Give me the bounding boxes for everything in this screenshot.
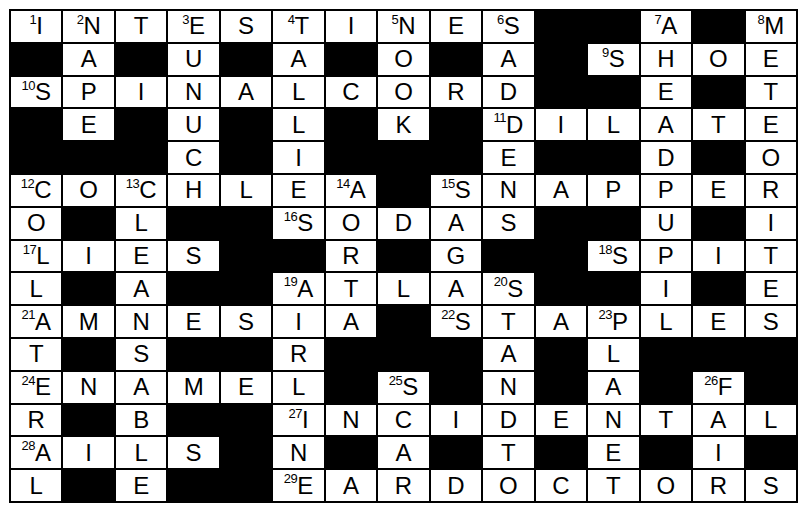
black-square — [377, 240, 429, 273]
letter-square[interactable]: I — [692, 436, 744, 469]
letter-square[interactable]: 27I — [272, 404, 324, 437]
clue-number: 16 — [284, 210, 297, 223]
black-square — [377, 174, 429, 207]
cell-letter: M — [79, 310, 99, 334]
clue-number: 11 — [494, 111, 507, 124]
cell-letter: O — [656, 474, 675, 498]
letter-square[interactable]: N — [587, 404, 639, 437]
cell-letter: L — [292, 375, 305, 399]
black-square — [220, 141, 272, 174]
letter-square[interactable]: T — [745, 76, 797, 109]
letter-square[interactable]: N — [482, 174, 534, 207]
cell-letter: A — [238, 80, 254, 104]
cell-letter: S — [507, 277, 523, 301]
letter-square[interactable]: I — [535, 108, 587, 141]
letter-square[interactable]: A — [587, 371, 639, 404]
cell-letter: I — [302, 408, 309, 432]
cell-letter: I — [662, 277, 669, 301]
black-square — [325, 43, 377, 76]
cell-letter: S — [763, 310, 779, 334]
letter-square[interactable]: E — [272, 174, 324, 207]
letter-square[interactable]: 23P — [587, 305, 639, 338]
letter-square[interactable]: S — [115, 338, 167, 371]
cell-letter: G — [447, 244, 466, 268]
letter-square[interactable]: I — [692, 240, 744, 273]
cell-letter: E — [35, 375, 51, 399]
letter-square[interactable]: A — [325, 469, 377, 502]
cell-letter: L — [292, 113, 305, 137]
cell-letter: L — [30, 277, 43, 301]
letter-square[interactable]: 22S — [430, 305, 482, 338]
black-square — [10, 141, 62, 174]
letter-square[interactable]: 26F — [692, 371, 744, 404]
letter-square[interactable]: O — [745, 141, 797, 174]
letter-square[interactable]: L — [587, 338, 639, 371]
clue-number: 20 — [494, 275, 507, 288]
letter-square[interactable]: O — [325, 207, 377, 240]
black-square — [377, 338, 429, 371]
cell-letter: D — [506, 113, 523, 137]
letter-square[interactable]: T — [482, 305, 534, 338]
cell-letter: T — [658, 408, 673, 432]
black-square — [587, 207, 639, 240]
cell-letter: T — [711, 113, 726, 137]
letter-square[interactable]: 14A — [325, 174, 377, 207]
letter-square[interactable]: R — [10, 404, 62, 437]
clue-number: 29 — [284, 472, 297, 485]
letter-square[interactable]: E — [745, 43, 797, 76]
cell-letter: T — [763, 80, 778, 104]
clue-number: 7 — [654, 13, 661, 26]
clue-number: 1 — [30, 13, 37, 26]
cell-letter: I — [558, 113, 565, 137]
letter-square[interactable]: H — [167, 174, 219, 207]
letter-square[interactable]: 19A — [272, 272, 324, 305]
black-square — [640, 436, 692, 469]
cell-letter: N — [290, 441, 307, 465]
letter-square[interactable]: C — [535, 469, 587, 502]
cell-letter: A — [297, 277, 313, 301]
letter-square[interactable]: E — [482, 141, 534, 174]
black-square — [220, 469, 272, 502]
letter-square[interactable]: L — [10, 469, 62, 502]
cell-letter: A — [448, 211, 464, 235]
letter-square[interactable]: E — [62, 108, 114, 141]
black-square — [430, 338, 482, 371]
letter-square[interactable]: R — [272, 338, 324, 371]
letter-square[interactable]: D — [482, 76, 534, 109]
cell-letter: A — [35, 310, 51, 334]
black-square — [10, 43, 62, 76]
letter-square[interactable]: L — [10, 272, 62, 305]
letter-square[interactable]: I — [272, 141, 324, 174]
cell-letter: R — [395, 474, 412, 498]
cell-letter: I — [36, 14, 43, 38]
letter-square[interactable]: H — [640, 43, 692, 76]
letter-square[interactable]: O — [640, 469, 692, 502]
black-square — [325, 338, 377, 371]
black-square — [745, 338, 797, 371]
letter-square[interactable]: A — [640, 108, 692, 141]
letter-square[interactable]: E — [115, 240, 167, 273]
letter-square[interactable]: E — [167, 305, 219, 338]
letter-square[interactable]: A — [220, 76, 272, 109]
letter-square[interactable]: L — [745, 404, 797, 437]
letter-square[interactable]: 8M — [745, 10, 797, 43]
letter-square[interactable]: O — [377, 76, 429, 109]
black-square — [115, 108, 167, 141]
letter-square[interactable]: M — [167, 371, 219, 404]
letter-square[interactable]: R — [430, 76, 482, 109]
cell-letter: P — [658, 244, 674, 268]
clue-number: 15 — [441, 177, 454, 190]
cell-letter: T — [134, 14, 149, 38]
cell-letter: T — [501, 310, 516, 334]
letter-square[interactable]: L — [115, 207, 167, 240]
letter-square[interactable]: 9S — [587, 43, 639, 76]
cell-letter: A — [710, 408, 726, 432]
letter-square[interactable]: A — [115, 371, 167, 404]
letter-square[interactable]: 12C — [10, 174, 62, 207]
letter-square[interactable]: S — [745, 305, 797, 338]
black-square — [535, 371, 587, 404]
letter-square[interactable]: I — [115, 76, 167, 109]
clue-number: 26 — [704, 374, 717, 387]
cell-letter: I — [348, 14, 355, 38]
cell-letter: E — [297, 474, 313, 498]
cell-letter: O — [79, 178, 98, 202]
letter-square[interactable]: 5N — [377, 10, 429, 43]
cell-letter: A — [350, 178, 366, 202]
letter-square[interactable]: L — [220, 174, 272, 207]
cell-letter: E — [291, 178, 307, 202]
cell-letter: E — [763, 47, 779, 71]
cell-letter: U — [657, 211, 674, 235]
cell-letter: D — [500, 80, 517, 104]
cell-letter: A — [553, 178, 569, 202]
letter-square[interactable]: C — [377, 404, 429, 437]
letter-square[interactable]: N — [62, 371, 114, 404]
letter-square[interactable]: 7A — [640, 10, 692, 43]
clue-number: 14 — [336, 177, 349, 190]
letter-square[interactable]: A — [692, 404, 744, 437]
letter-square[interactable]: A — [62, 43, 114, 76]
cell-letter: E — [133, 474, 149, 498]
letter-square[interactable]: 18S — [587, 240, 639, 273]
cell-letter: S — [455, 178, 471, 202]
cell-letter: N — [342, 408, 359, 432]
letter-square[interactable]: L — [272, 371, 324, 404]
cell-letter: I — [715, 441, 722, 465]
letter-square[interactable]: 6S — [482, 10, 534, 43]
black-square — [62, 272, 114, 305]
letter-square[interactable]: S — [220, 10, 272, 43]
letter-square[interactable]: P — [640, 174, 692, 207]
black-square — [535, 76, 587, 109]
letter-square[interactable]: T — [640, 404, 692, 437]
black-square — [325, 108, 377, 141]
letter-square[interactable]: G — [430, 240, 482, 273]
cell-letter: U — [185, 113, 202, 137]
letter-square[interactable]: I — [272, 305, 324, 338]
black-square — [115, 141, 167, 174]
cell-letter: B — [133, 408, 149, 432]
cell-letter: S — [35, 80, 51, 104]
cell-letter: T — [606, 474, 621, 498]
letter-square[interactable]: C — [167, 141, 219, 174]
black-square — [692, 272, 744, 305]
cell-letter: S — [186, 441, 202, 465]
letter-square[interactable]: C — [325, 76, 377, 109]
black-square — [220, 338, 272, 371]
cell-letter: O — [761, 146, 780, 170]
letter-square[interactable]: 4T — [272, 10, 324, 43]
black-square — [325, 436, 377, 469]
black-square — [377, 305, 429, 338]
cell-letter: C — [185, 146, 202, 170]
letter-square[interactable]: A — [430, 207, 482, 240]
letter-square[interactable]: L — [272, 108, 324, 141]
cell-letter: T — [29, 342, 44, 366]
cell-letter: E — [710, 310, 726, 334]
letter-square[interactable]: L — [377, 272, 429, 305]
letter-square[interactable]: A — [535, 174, 587, 207]
letter-square[interactable]: T — [745, 240, 797, 273]
letter-square[interactable]: L — [587, 108, 639, 141]
cell-letter: L — [239, 178, 252, 202]
black-square — [535, 10, 587, 43]
cell-letter: I — [85, 441, 92, 465]
cell-letter: E — [658, 80, 674, 104]
clue-number: 25 — [389, 374, 402, 387]
letter-square[interactable]: M — [62, 305, 114, 338]
letter-square[interactable]: D — [430, 469, 482, 502]
letter-square[interactable]: N — [115, 305, 167, 338]
cell-letter: L — [764, 408, 777, 432]
letter-square[interactable]: E — [640, 76, 692, 109]
cell-letter: S — [402, 375, 418, 399]
clue-number: 19 — [284, 275, 297, 288]
cell-letter: N — [500, 375, 517, 399]
letter-square[interactable]: S — [167, 240, 219, 273]
letter-square[interactable]: D — [640, 141, 692, 174]
letter-square[interactable]: A — [377, 436, 429, 469]
letter-square[interactable]: I — [62, 240, 114, 273]
cell-letter: H — [657, 47, 674, 71]
cell-letter: C — [395, 408, 412, 432]
letter-square[interactable]: O — [692, 43, 744, 76]
clue-number: 28 — [21, 439, 34, 452]
letter-square[interactable]: E — [745, 108, 797, 141]
black-square — [430, 141, 482, 174]
letter-square[interactable]: 16S — [272, 207, 324, 240]
black-square — [167, 338, 219, 371]
letter-square[interactable]: O — [62, 174, 114, 207]
letter-square[interactable]: N — [482, 371, 534, 404]
cell-letter: S — [612, 244, 628, 268]
letter-square[interactable]: K — [377, 108, 429, 141]
cell-letter: P — [605, 178, 621, 202]
cell-letter: I — [85, 244, 92, 268]
letter-square[interactable]: E — [692, 305, 744, 338]
letter-square[interactable]: A — [535, 305, 587, 338]
cell-letter: A — [133, 277, 149, 301]
black-square — [430, 108, 482, 141]
letter-square[interactable]: T — [692, 108, 744, 141]
cell-letter: P — [612, 310, 628, 334]
black-square — [220, 207, 272, 240]
letter-square[interactable]: A — [272, 43, 324, 76]
letter-square[interactable]: 20S — [482, 272, 534, 305]
letter-square[interactable]: E — [587, 436, 639, 469]
black-square — [692, 141, 744, 174]
cell-letter: T — [501, 441, 516, 465]
letter-square[interactable]: I — [640, 272, 692, 305]
cell-letter: I — [453, 408, 460, 432]
letter-square[interactable]: R — [745, 174, 797, 207]
letter-square[interactable]: A — [482, 43, 534, 76]
letter-square[interactable]: R — [692, 469, 744, 502]
letter-square[interactable]: A — [325, 305, 377, 338]
cell-letter: O — [499, 474, 518, 498]
letter-square[interactable]: E — [692, 174, 744, 207]
black-square — [62, 141, 114, 174]
cell-letter: N — [398, 14, 415, 38]
letter-square[interactable]: T — [482, 436, 534, 469]
black-square — [167, 469, 219, 502]
cell-letter: R — [342, 244, 359, 268]
cell-letter: M — [764, 14, 784, 38]
cell-letter: S — [609, 47, 625, 71]
cell-letter: A — [133, 375, 149, 399]
letter-square[interactable]: 29E — [272, 469, 324, 502]
cell-letter: L — [607, 113, 620, 137]
letter-square[interactable]: O — [482, 469, 534, 502]
cell-letter: R — [28, 408, 45, 432]
cell-letter: A — [553, 310, 569, 334]
letter-square[interactable]: P — [587, 174, 639, 207]
letter-square[interactable]: E — [220, 371, 272, 404]
cell-letter: I — [295, 146, 302, 170]
letter-square[interactable]: N — [325, 404, 377, 437]
letter-square[interactable]: E — [535, 404, 587, 437]
letter-square[interactable]: S — [745, 469, 797, 502]
letter-square[interactable]: 21A — [10, 305, 62, 338]
letter-square[interactable]: D — [377, 207, 429, 240]
letter-square[interactable]: T — [587, 469, 639, 502]
letter-square[interactable]: 13C — [115, 174, 167, 207]
cell-letter: O — [394, 47, 413, 71]
cell-letter: E — [553, 408, 569, 432]
cell-letter: L — [134, 211, 147, 235]
cell-letter: O — [394, 80, 413, 104]
letter-square[interactable]: T — [115, 10, 167, 43]
letter-square[interactable]: R — [325, 240, 377, 273]
cell-letter: N — [500, 178, 517, 202]
letter-square[interactable]: N — [272, 436, 324, 469]
black-square — [535, 338, 587, 371]
letter-square[interactable]: P — [640, 240, 692, 273]
black-square — [745, 436, 797, 469]
letter-square[interactable]: P — [62, 76, 114, 109]
letter-square[interactable]: U — [167, 43, 219, 76]
black-square — [692, 207, 744, 240]
letter-square[interactable]: D — [482, 404, 534, 437]
clue-number: 5 — [391, 13, 398, 26]
letter-square[interactable]: I — [325, 10, 377, 43]
letter-square[interactable]: I — [745, 207, 797, 240]
black-square — [640, 338, 692, 371]
cell-letter: D — [395, 211, 412, 235]
black-square — [430, 436, 482, 469]
black-square — [535, 240, 587, 273]
letter-square[interactable]: A — [430, 272, 482, 305]
cell-letter: I — [295, 310, 302, 334]
letter-square[interactable]: 11D — [482, 108, 534, 141]
letter-square[interactable]: L — [272, 76, 324, 109]
letter-square[interactable]: R — [377, 469, 429, 502]
black-square — [220, 240, 272, 273]
cell-letter: K — [395, 113, 411, 137]
letter-square[interactable]: S — [482, 207, 534, 240]
cell-letter: E — [238, 375, 254, 399]
letter-square[interactable]: E — [115, 469, 167, 502]
clue-number: 17 — [23, 243, 36, 256]
letter-square[interactable]: E — [745, 272, 797, 305]
letter-square[interactable]: 17L — [10, 240, 62, 273]
cell-letter: E — [186, 310, 202, 334]
letter-square[interactable]: S — [167, 436, 219, 469]
letter-square[interactable]: B — [115, 404, 167, 437]
clue-number: 23 — [599, 308, 612, 321]
cell-letter: A — [291, 47, 307, 71]
letter-square[interactable]: U — [640, 207, 692, 240]
letter-square[interactable]: 10S — [10, 76, 62, 109]
letter-square[interactable]: I — [430, 404, 482, 437]
cell-letter: E — [710, 178, 726, 202]
letter-square[interactable]: O — [377, 43, 429, 76]
cell-letter: P — [81, 80, 97, 104]
letter-square[interactable]: I — [62, 436, 114, 469]
cell-letter: N — [185, 80, 202, 104]
letter-square[interactable]: 25S — [377, 371, 429, 404]
cell-letter: F — [718, 375, 733, 399]
cell-letter: A — [448, 277, 464, 301]
letter-square[interactable]: 28A — [10, 436, 62, 469]
letter-square[interactable]: A — [115, 272, 167, 305]
cell-letter: L — [134, 441, 147, 465]
letter-square[interactable]: N — [167, 76, 219, 109]
letter-square[interactable]: A — [482, 338, 534, 371]
letter-square[interactable]: O — [10, 207, 62, 240]
letter-square[interactable]: 3E — [167, 10, 219, 43]
letter-square[interactable]: 1I — [10, 10, 62, 43]
letter-square[interactable]: S — [220, 305, 272, 338]
cell-letter: A — [395, 441, 411, 465]
letter-square[interactable]: T — [10, 338, 62, 371]
letter-square[interactable]: 15S — [430, 174, 482, 207]
letter-square[interactable]: L — [640, 305, 692, 338]
letter-square[interactable]: L — [115, 436, 167, 469]
letter-square[interactable]: E — [430, 10, 482, 43]
letter-square[interactable]: U — [167, 108, 219, 141]
letter-square[interactable]: 24E — [10, 371, 62, 404]
black-square — [62, 469, 114, 502]
cell-letter: C — [139, 178, 156, 202]
letter-square[interactable]: 2N — [62, 10, 114, 43]
letter-square[interactable]: T — [325, 272, 377, 305]
black-square — [220, 43, 272, 76]
